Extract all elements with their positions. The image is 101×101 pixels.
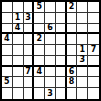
sudoku-cell-r9c1[interactable] <box>2 88 13 99</box>
sudoku-cell-r9c5[interactable]: 3 <box>45 88 56 99</box>
sudoku-cell-r6c7[interactable] <box>67 56 78 67</box>
sudoku-board: 52134642173746583 <box>0 0 101 101</box>
sudoku-cell-r2c8[interactable] <box>77 13 88 24</box>
sudoku-cell-r8c9[interactable] <box>88 77 99 88</box>
sudoku-cell-r8c1[interactable]: 5 <box>2 77 13 88</box>
sudoku-cell-r4c6[interactable] <box>56 34 67 45</box>
sudoku-cell-r4c7[interactable] <box>67 34 78 45</box>
sudoku-cell-r3c5[interactable]: 6 <box>45 24 56 35</box>
sudoku-cell-r3c1[interactable] <box>2 24 13 35</box>
sudoku-cell-r2c4[interactable] <box>34 13 45 24</box>
sudoku-cell-r1c2[interactable] <box>13 2 24 13</box>
sudoku-cell-r2c6[interactable] <box>56 13 67 24</box>
sudoku-cell-r2c7[interactable] <box>67 13 78 24</box>
sudoku-cell-r8c2[interactable] <box>13 77 24 88</box>
sudoku-cell-r7c8[interactable] <box>77 67 88 78</box>
sudoku-cell-r3c6[interactable] <box>56 24 67 35</box>
sudoku-cell-r4c1[interactable]: 4 <box>2 34 13 45</box>
sudoku-cell-r1c9[interactable] <box>88 2 99 13</box>
sudoku-cell-r3c8[interactable] <box>77 24 88 35</box>
sudoku-cell-r5c1[interactable] <box>2 45 13 56</box>
sudoku-cell-r4c3[interactable] <box>24 34 35 45</box>
sudoku-cell-r5c5[interactable] <box>45 45 56 56</box>
sudoku-cell-r7c1[interactable] <box>2 67 13 78</box>
sudoku-cell-r2c9[interactable] <box>88 13 99 24</box>
sudoku-cell-r7c2[interactable] <box>13 67 24 78</box>
sudoku-cell-r1c4[interactable]: 5 <box>34 2 45 13</box>
sudoku-cell-r8c6[interactable] <box>56 77 67 88</box>
sudoku-cell-r3c2[interactable]: 4 <box>13 24 24 35</box>
sudoku-cell-r5c7[interactable] <box>67 45 78 56</box>
sudoku-cell-r3c7[interactable] <box>67 24 78 35</box>
sudoku-cell-r7c4[interactable]: 4 <box>34 67 45 78</box>
sudoku-cell-r8c3[interactable] <box>24 77 35 88</box>
sudoku-cell-r9c7[interactable] <box>67 88 78 99</box>
sudoku-cell-r8c8[interactable] <box>77 77 88 88</box>
sudoku-cell-r5c2[interactable] <box>13 45 24 56</box>
sudoku-cell-r9c8[interactable] <box>77 88 88 99</box>
sudoku-cell-r8c5[interactable] <box>45 77 56 88</box>
sudoku-cell-r9c2[interactable] <box>13 88 24 99</box>
sudoku-cell-r3c4[interactable] <box>34 24 45 35</box>
sudoku-cell-r7c7[interactable]: 6 <box>67 67 78 78</box>
sudoku-cell-r1c5[interactable] <box>45 2 56 13</box>
sudoku-cell-r6c6[interactable] <box>56 56 67 67</box>
sudoku-cell-r6c9[interactable] <box>88 56 99 67</box>
sudoku-cell-r6c1[interactable] <box>2 56 13 67</box>
sudoku-cell-r9c3[interactable] <box>24 88 35 99</box>
sudoku-cell-r4c9[interactable] <box>88 34 99 45</box>
sudoku-cell-r7c6[interactable] <box>56 67 67 78</box>
sudoku-cell-r5c3[interactable] <box>24 45 35 56</box>
sudoku-cell-r9c6[interactable] <box>56 88 67 99</box>
sudoku-cell-r5c9[interactable]: 7 <box>88 45 99 56</box>
sudoku-cell-r3c3[interactable] <box>24 24 35 35</box>
sudoku-cell-r9c4[interactable] <box>34 88 45 99</box>
sudoku-cell-r1c6[interactable] <box>56 2 67 13</box>
sudoku-cell-r5c4[interactable] <box>34 45 45 56</box>
sudoku-cell-r8c7[interactable]: 8 <box>67 77 78 88</box>
sudoku-cell-r4c4[interactable]: 2 <box>34 34 45 45</box>
sudoku-cell-r3c9[interactable] <box>88 24 99 35</box>
sudoku-cell-r4c5[interactable] <box>45 34 56 45</box>
sudoku-cell-r1c8[interactable] <box>77 2 88 13</box>
sudoku-cell-r6c5[interactable] <box>45 56 56 67</box>
sudoku-cell-r5c6[interactable] <box>56 45 67 56</box>
sudoku-cell-r4c8[interactable] <box>77 34 88 45</box>
sudoku-cell-r6c4[interactable] <box>34 56 45 67</box>
sudoku-cell-r2c1[interactable] <box>2 13 13 24</box>
sudoku-cell-r2c5[interactable] <box>45 13 56 24</box>
sudoku-cell-r1c1[interactable] <box>2 2 13 13</box>
sudoku-cell-r7c3[interactable]: 7 <box>24 67 35 78</box>
sudoku-cell-r2c3[interactable]: 3 <box>24 13 35 24</box>
sudoku-cell-r4c2[interactable] <box>13 34 24 45</box>
sudoku-cell-r5c8[interactable]: 1 <box>77 45 88 56</box>
sudoku-cell-r9c9[interactable] <box>88 88 99 99</box>
sudoku-cell-r7c5[interactable] <box>45 67 56 78</box>
sudoku-cell-r6c3[interactable] <box>24 56 35 67</box>
sudoku-cell-r6c8[interactable]: 3 <box>77 56 88 67</box>
sudoku-cell-r6c2[interactable] <box>13 56 24 67</box>
sudoku-cell-r7c9[interactable] <box>88 67 99 78</box>
sudoku-cell-r1c3[interactable] <box>24 2 35 13</box>
sudoku-cell-r8c4[interactable] <box>34 77 45 88</box>
sudoku-cell-r2c2[interactable]: 1 <box>13 13 24 24</box>
sudoku-cell-r1c7[interactable]: 2 <box>67 2 78 13</box>
